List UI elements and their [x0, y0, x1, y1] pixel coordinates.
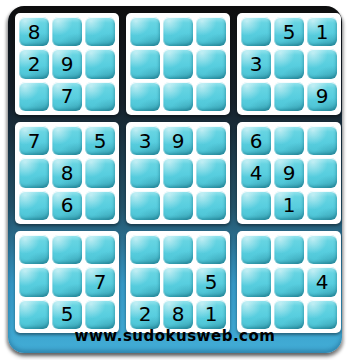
sudoku-cell[interactable]: 8: [52, 158, 82, 187]
sudoku-cell[interactable]: 9: [307, 82, 337, 111]
sudoku-box: 39: [126, 122, 230, 224]
sudoku-cell[interactable]: [52, 235, 82, 264]
sudoku-cell[interactable]: [196, 49, 226, 78]
sudoku-cell[interactable]: [196, 158, 226, 187]
sudoku-cell[interactable]: [241, 82, 271, 111]
sudoku-cell[interactable]: [52, 126, 82, 155]
sudoku-cell[interactable]: [274, 267, 304, 296]
sudoku-cell[interactable]: [307, 49, 337, 78]
sudoku-cell[interactable]: [274, 235, 304, 264]
sudoku-box: 5139: [237, 13, 341, 115]
sudoku-box: 4: [237, 231, 341, 333]
sudoku-cell[interactable]: 7: [85, 267, 115, 296]
sudoku-cell[interactable]: [130, 158, 160, 187]
sudoku-cell[interactable]: [19, 158, 49, 187]
sudoku-cell[interactable]: [130, 191, 160, 220]
sudoku-cell[interactable]: 9: [163, 126, 193, 155]
sudoku-cell[interactable]: [85, 82, 115, 111]
sudoku-cell[interactable]: 9: [274, 158, 304, 187]
sudoku-cell[interactable]: 1: [307, 17, 337, 46]
sudoku-cell[interactable]: [307, 158, 337, 187]
sudoku-cell[interactable]: 7: [19, 126, 49, 155]
sudoku-cell[interactable]: [274, 126, 304, 155]
sudoku-cell[interactable]: [196, 17, 226, 46]
sudoku-cell[interactable]: [19, 267, 49, 296]
sudoku-cell[interactable]: 5: [85, 126, 115, 155]
sudoku-cell[interactable]: [196, 126, 226, 155]
sudoku-cell[interactable]: [196, 191, 226, 220]
sudoku-cell[interactable]: [130, 267, 160, 296]
sudoku-cell[interactable]: [241, 17, 271, 46]
sudoku-box: 75: [15, 231, 119, 333]
sudoku-cell[interactable]: [163, 158, 193, 187]
sudoku-cell[interactable]: [274, 49, 304, 78]
sudoku-cell[interactable]: 2: [19, 49, 49, 78]
sudoku-cell[interactable]: [307, 126, 337, 155]
sudoku-cell[interactable]: [52, 267, 82, 296]
sudoku-box: 8297: [15, 13, 119, 115]
sudoku-cell[interactable]: [196, 235, 226, 264]
sudoku-cell[interactable]: [307, 235, 337, 264]
sudoku-cell[interactable]: 5: [274, 17, 304, 46]
sudoku-cell[interactable]: [19, 82, 49, 111]
sudoku-cell[interactable]: [163, 191, 193, 220]
sudoku-cell[interactable]: 4: [241, 158, 271, 187]
sudoku-box: 7586: [15, 122, 119, 224]
sudoku-box: 6491: [237, 122, 341, 224]
sudoku-cell[interactable]: [85, 158, 115, 187]
sudoku-box: 5281: [126, 231, 230, 333]
board-frame: 8297513975863964917552814 www.sudokusweb…: [8, 6, 342, 353]
sudoku-cell[interactable]: [85, 17, 115, 46]
sudoku-cell[interactable]: [163, 49, 193, 78]
sudoku-cell[interactable]: 7: [52, 82, 82, 111]
sudoku-box: [126, 13, 230, 115]
sudoku-cell[interactable]: [130, 235, 160, 264]
sudoku-cell[interactable]: [85, 191, 115, 220]
sudoku-cell[interactable]: 3: [130, 126, 160, 155]
sudoku-cell[interactable]: 8: [19, 17, 49, 46]
sudoku-cell[interactable]: [130, 49, 160, 78]
sudoku-cell[interactable]: [241, 191, 271, 220]
sudoku-board: 8297513975863964917552814: [15, 13, 341, 333]
sudoku-cell[interactable]: [130, 82, 160, 111]
sudoku-cell[interactable]: [241, 267, 271, 296]
sudoku-cell[interactable]: [163, 82, 193, 111]
sudoku-cell[interactable]: [163, 17, 193, 46]
website-url: www.sudokusweb.com: [8, 324, 342, 348]
sudoku-cell[interactable]: [130, 17, 160, 46]
sudoku-cell[interactable]: [52, 17, 82, 46]
sudoku-cell[interactable]: [196, 82, 226, 111]
sudoku-cell[interactable]: [274, 82, 304, 111]
sudoku-cell[interactable]: 1: [274, 191, 304, 220]
sudoku-cell[interactable]: [19, 235, 49, 264]
sudoku-cell[interactable]: [85, 49, 115, 78]
sudoku-cell[interactable]: [19, 191, 49, 220]
sudoku-cell[interactable]: 5: [196, 267, 226, 296]
sudoku-cell[interactable]: 6: [241, 126, 271, 155]
sudoku-cell[interactable]: 9: [52, 49, 82, 78]
sudoku-cell[interactable]: 3: [241, 49, 271, 78]
sudoku-cell[interactable]: 6: [52, 191, 82, 220]
sudoku-cell[interactable]: [163, 267, 193, 296]
sudoku-cell[interactable]: [85, 235, 115, 264]
sudoku-cell[interactable]: [307, 191, 337, 220]
sudoku-cell[interactable]: [163, 235, 193, 264]
sudoku-cell[interactable]: [241, 235, 271, 264]
sudoku-cell[interactable]: 4: [307, 267, 337, 296]
